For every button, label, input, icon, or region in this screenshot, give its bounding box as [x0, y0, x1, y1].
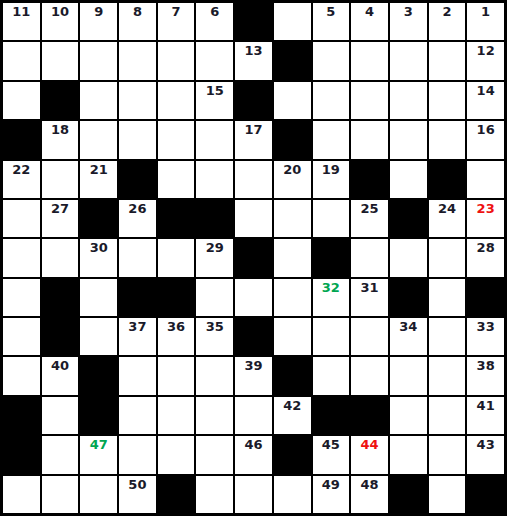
grid-cell[interactable]: 34: [389, 317, 428, 356]
grid-cell[interactable]: 21: [79, 160, 118, 199]
grid-cell[interactable]: 31: [350, 278, 389, 317]
black-cell: [234, 317, 273, 356]
grid-cell[interactable]: [157, 356, 196, 395]
grid-cell[interactable]: 23: [466, 199, 505, 238]
grid-cell[interactable]: [273, 317, 312, 356]
grid-cell[interactable]: [312, 356, 351, 395]
grid-cell[interactable]: [312, 81, 351, 120]
grid-cell[interactable]: [234, 278, 273, 317]
grid-cell[interactable]: [118, 356, 157, 395]
grid-cell[interactable]: [79, 120, 118, 159]
black-cell: [466, 278, 505, 317]
grid-cell[interactable]: 3: [389, 2, 428, 41]
grid-cell[interactable]: [389, 356, 428, 395]
grid-cell[interactable]: 18: [41, 120, 80, 159]
grid-cell[interactable]: [466, 160, 505, 199]
grid-cell[interactable]: 35: [195, 317, 234, 356]
grid-cell[interactable]: [2, 81, 41, 120]
grid-cell[interactable]: [195, 278, 234, 317]
grid-cell[interactable]: [350, 238, 389, 277]
black-cell: [273, 41, 312, 80]
clue-number: 41: [467, 398, 504, 413]
grid-cell[interactable]: [118, 238, 157, 277]
grid-cell[interactable]: [118, 435, 157, 474]
grid-cell[interactable]: [195, 41, 234, 80]
grid-cell[interactable]: 17: [234, 120, 273, 159]
clue-number: 40: [42, 358, 79, 373]
grid-cell[interactable]: [234, 160, 273, 199]
grid-cell[interactable]: [428, 475, 467, 514]
clue-number: 46: [235, 437, 272, 452]
black-cell: [389, 199, 428, 238]
black-cell: [41, 81, 80, 120]
grid-cell[interactable]: [234, 475, 273, 514]
black-cell: [273, 435, 312, 474]
grid-cell[interactable]: 28: [466, 238, 505, 277]
black-cell: [157, 475, 196, 514]
grid-cell[interactable]: [157, 81, 196, 120]
grid-cell[interactable]: [157, 41, 196, 80]
grid-cell[interactable]: [157, 120, 196, 159]
grid-cell[interactable]: [312, 120, 351, 159]
grid-cell[interactable]: [312, 41, 351, 80]
grid-cell[interactable]: [195, 396, 234, 435]
grid-cell[interactable]: [428, 120, 467, 159]
grid-cell[interactable]: [195, 120, 234, 159]
grid-cell[interactable]: [118, 41, 157, 80]
clue-number: 31: [351, 280, 388, 295]
grid-cell[interactable]: 40: [41, 356, 80, 395]
grid-cell[interactable]: [428, 278, 467, 317]
clue-number: 5: [313, 4, 350, 19]
grid-cell[interactable]: 4: [350, 2, 389, 41]
clue-number: 45: [313, 437, 350, 452]
grid-cell[interactable]: [389, 435, 428, 474]
clue-number: 1: [467, 4, 504, 19]
clue-number: 34: [390, 319, 427, 334]
grid-cell[interactable]: 13: [234, 41, 273, 80]
grid-cell[interactable]: [2, 475, 41, 514]
black-cell: [312, 238, 351, 277]
grid-cell[interactable]: [79, 278, 118, 317]
clue-number: 15: [196, 83, 233, 98]
grid-cell[interactable]: [350, 120, 389, 159]
grid-cell[interactable]: 32: [312, 278, 351, 317]
grid-cell[interactable]: [2, 278, 41, 317]
clue-number: 14: [467, 83, 504, 98]
grid-cell[interactable]: [234, 199, 273, 238]
black-cell: [350, 160, 389, 199]
clue-number: 9: [80, 4, 117, 19]
grid-cell[interactable]: [195, 160, 234, 199]
clue-number: 12: [467, 43, 504, 58]
grid-cell[interactable]: [79, 41, 118, 80]
clue-number: 50: [119, 477, 156, 492]
grid-cell[interactable]: [79, 317, 118, 356]
grid-cell[interactable]: 49: [312, 475, 351, 514]
black-cell: [389, 278, 428, 317]
grid-cell[interactable]: [312, 199, 351, 238]
grid-cell[interactable]: [2, 356, 41, 395]
black-cell: [157, 278, 196, 317]
clue-number: 16: [467, 122, 504, 137]
grid-cell[interactable]: 9: [79, 2, 118, 41]
grid-cell[interactable]: [195, 435, 234, 474]
grid-cell[interactable]: 20: [273, 160, 312, 199]
grid-cell[interactable]: [312, 317, 351, 356]
clue-number: 49: [313, 477, 350, 492]
grid-cell[interactable]: [157, 396, 196, 435]
clue-number: 42: [274, 398, 311, 413]
black-cell: [234, 81, 273, 120]
clue-number: 17: [235, 122, 272, 137]
grid-cell[interactable]: [428, 41, 467, 80]
black-cell: [2, 120, 41, 159]
grid-cell[interactable]: 39: [234, 356, 273, 395]
grid-cell[interactable]: [273, 2, 312, 41]
grid-cell[interactable]: [41, 435, 80, 474]
black-cell: [157, 199, 196, 238]
grid-cell[interactable]: 45: [312, 435, 351, 474]
grid-cell[interactable]: 47: [79, 435, 118, 474]
grid-cell[interactable]: 29: [195, 238, 234, 277]
clue-number: 48: [351, 477, 388, 492]
clue-number: 26: [119, 201, 156, 216]
clue-number: 38: [467, 358, 504, 373]
clue-number: 43: [467, 437, 504, 452]
grid-cell[interactable]: 1: [466, 2, 505, 41]
black-cell: [79, 396, 118, 435]
grid-cell[interactable]: [428, 435, 467, 474]
clue-number: 2: [429, 4, 466, 19]
grid-cell[interactable]: [389, 41, 428, 80]
black-cell: [312, 396, 351, 435]
grid-cell[interactable]: 19: [312, 160, 351, 199]
grid-cell[interactable]: 26: [118, 199, 157, 238]
grid-cell[interactable]: [2, 41, 41, 80]
grid-cell[interactable]: [118, 120, 157, 159]
black-cell: [273, 120, 312, 159]
grid-cell[interactable]: [273, 238, 312, 277]
clue-number: 4: [351, 4, 388, 19]
grid-cell[interactable]: [41, 238, 80, 277]
clue-number: 24: [429, 201, 466, 216]
clue-number: 33: [467, 319, 504, 334]
clue-number: 47: [80, 437, 117, 452]
clue-number: 10: [42, 4, 79, 19]
grid-cell[interactable]: 7: [157, 2, 196, 41]
black-cell: [118, 160, 157, 199]
clue-number: 21: [80, 162, 117, 177]
grid-cell[interactable]: [273, 199, 312, 238]
clue-number: 6: [196, 4, 233, 19]
clue-number: 11: [3, 4, 40, 19]
clue-number: 13: [235, 43, 272, 58]
grid-cell[interactable]: 14: [466, 81, 505, 120]
black-cell: [79, 356, 118, 395]
clue-number: 7: [158, 4, 195, 19]
black-cell: [41, 317, 80, 356]
grid-cell[interactable]: [234, 396, 273, 435]
black-cell: [466, 475, 505, 514]
grid-cell[interactable]: [2, 199, 41, 238]
grid-cell[interactable]: 22: [2, 160, 41, 199]
grid-cell[interactable]: [428, 81, 467, 120]
clue-number: 20: [274, 162, 311, 177]
clue-number: 3: [390, 4, 427, 19]
clue-number: 39: [235, 358, 272, 373]
clue-number: 28: [467, 240, 504, 255]
grid-cell[interactable]: [389, 120, 428, 159]
black-cell: [350, 396, 389, 435]
black-cell: [79, 199, 118, 238]
grid-cell[interactable]: 11: [2, 2, 41, 41]
grid-cell[interactable]: [428, 356, 467, 395]
black-cell: [41, 278, 80, 317]
black-cell: [273, 356, 312, 395]
grid-cell[interactable]: [350, 81, 389, 120]
grid-cell[interactable]: 8: [118, 2, 157, 41]
black-cell: [389, 475, 428, 514]
grid-cell[interactable]: 44: [350, 435, 389, 474]
crossword-grid: 1110987654321131215141817162221201927262…: [0, 0, 507, 516]
grid-cell[interactable]: [428, 238, 467, 277]
grid-cell[interactable]: [157, 160, 196, 199]
grid-cell[interactable]: [41, 475, 80, 514]
clue-number: 22: [3, 162, 40, 177]
grid-cell[interactable]: [273, 475, 312, 514]
grid-cell[interactable]: [2, 317, 41, 356]
grid-cell[interactable]: 2: [428, 2, 467, 41]
grid-cell[interactable]: [428, 317, 467, 356]
grid-cell[interactable]: [273, 278, 312, 317]
grid-cell[interactable]: [350, 356, 389, 395]
grid-cell[interactable]: [389, 396, 428, 435]
grid-cell[interactable]: 50: [118, 475, 157, 514]
grid-cell[interactable]: 15: [195, 81, 234, 120]
grid-cell[interactable]: [428, 396, 467, 435]
clue-number: 44: [351, 437, 388, 452]
grid-cell[interactable]: [389, 81, 428, 120]
grid-cell[interactable]: [79, 81, 118, 120]
grid-cell[interactable]: 33: [466, 317, 505, 356]
grid-cell[interactable]: [157, 435, 196, 474]
grid-cell[interactable]: 36: [157, 317, 196, 356]
grid-cell[interactable]: 46: [234, 435, 273, 474]
grid-cell[interactable]: 27: [41, 199, 80, 238]
black-cell: [195, 199, 234, 238]
grid-cell[interactable]: 10: [41, 2, 80, 41]
grid-cell[interactable]: [273, 81, 312, 120]
grid-cell[interactable]: [350, 41, 389, 80]
black-cell: [2, 435, 41, 474]
grid-cell[interactable]: 48: [350, 475, 389, 514]
clue-number: 18: [42, 122, 79, 137]
grid-cell[interactable]: 25: [350, 199, 389, 238]
grid-cell[interactable]: [389, 238, 428, 277]
grid-cell[interactable]: [41, 41, 80, 80]
grid-cell[interactable]: 42: [273, 396, 312, 435]
clue-number: 25: [351, 201, 388, 216]
grid-cell[interactable]: 30: [79, 238, 118, 277]
grid-cell[interactable]: 16: [466, 120, 505, 159]
grid-cell[interactable]: 24: [428, 199, 467, 238]
grid-cell[interactable]: [195, 356, 234, 395]
clue-number: 8: [119, 4, 156, 19]
grid-cell[interactable]: 43: [466, 435, 505, 474]
clue-number: 27: [42, 201, 79, 216]
grid-cell[interactable]: [2, 238, 41, 277]
clue-number: 36: [158, 319, 195, 334]
grid-cell[interactable]: [350, 317, 389, 356]
clue-number: 37: [119, 319, 156, 334]
black-cell: [428, 160, 467, 199]
clue-number: 35: [196, 319, 233, 334]
grid-cell[interactable]: 6: [195, 2, 234, 41]
grid-cell[interactable]: [79, 475, 118, 514]
grid-cell[interactable]: 37: [118, 317, 157, 356]
black-cell: [234, 2, 273, 41]
clue-number: 29: [196, 240, 233, 255]
grid-cell[interactable]: 38: [466, 356, 505, 395]
grid-cell[interactable]: [118, 396, 157, 435]
black-cell: [118, 278, 157, 317]
grid-cell[interactable]: 41: [466, 396, 505, 435]
grid-cell[interactable]: [195, 475, 234, 514]
grid-cell[interactable]: [118, 81, 157, 120]
clue-number: 23: [467, 201, 504, 216]
grid-cell[interactable]: 5: [312, 2, 351, 41]
grid-cell[interactable]: 12: [466, 41, 505, 80]
grid-cell[interactable]: [41, 396, 80, 435]
clue-number: 32: [313, 280, 350, 295]
grid-cell[interactable]: [157, 238, 196, 277]
clue-number: 19: [313, 162, 350, 177]
grid-cell[interactable]: [41, 160, 80, 199]
clue-number: 30: [80, 240, 117, 255]
black-cell: [234, 238, 273, 277]
grid-cell[interactable]: [389, 160, 428, 199]
black-cell: [2, 396, 41, 435]
